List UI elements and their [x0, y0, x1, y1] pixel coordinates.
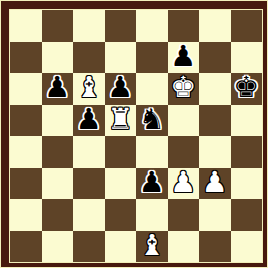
square-h3[interactable] [231, 168, 263, 200]
square-a8[interactable] [10, 10, 42, 42]
square-e3[interactable]: ♟ [136, 168, 168, 200]
square-f4[interactable] [168, 136, 200, 168]
square-d2[interactable] [105, 199, 137, 231]
square-h5[interactable] [231, 105, 263, 137]
square-e8[interactable] [136, 10, 168, 42]
square-c8[interactable] [73, 10, 105, 42]
square-f7[interactable]: ♟ [168, 42, 200, 74]
square-g2[interactable] [199, 199, 231, 231]
square-c2[interactable] [73, 199, 105, 231]
square-g5[interactable] [199, 105, 231, 137]
white-pawn[interactable]: ♟ [202, 168, 228, 197]
white-king[interactable]: ♚ [170, 73, 196, 102]
square-b4[interactable] [42, 136, 74, 168]
square-d6[interactable]: ♟ [105, 73, 137, 105]
square-e7[interactable] [136, 42, 168, 74]
square-b3[interactable] [42, 168, 74, 200]
white-pawn[interactable]: ♟ [170, 168, 196, 197]
square-e5[interactable]: ♞ [136, 105, 168, 137]
square-e4[interactable] [136, 136, 168, 168]
white-bishop[interactable]: ♝ [139, 231, 165, 260]
black-knight[interactable]: ♞ [139, 105, 165, 134]
square-a4[interactable] [10, 136, 42, 168]
white-bishop[interactable]: ♝ [76, 73, 102, 102]
square-f2[interactable] [168, 199, 200, 231]
square-b6[interactable]: ♟ [42, 73, 74, 105]
square-g7[interactable] [199, 42, 231, 74]
square-h1[interactable] [231, 231, 263, 263]
square-a6[interactable] [10, 73, 42, 105]
square-d3[interactable] [105, 168, 137, 200]
square-b5[interactable] [42, 105, 74, 137]
square-h4[interactable] [231, 136, 263, 168]
square-h6[interactable]: ♚ [231, 73, 263, 105]
square-a5[interactable] [10, 105, 42, 137]
square-f8[interactable] [168, 10, 200, 42]
square-g6[interactable] [199, 73, 231, 105]
square-b7[interactable] [42, 42, 74, 74]
square-a7[interactable] [10, 42, 42, 74]
square-f3[interactable]: ♟ [168, 168, 200, 200]
board-frame: ♟♟♝♟♚♚♟♜♞♟♟♟♝ [0, 0, 268, 268]
black-pawn[interactable]: ♟ [107, 73, 133, 102]
square-a3[interactable] [10, 168, 42, 200]
square-e2[interactable] [136, 199, 168, 231]
square-f1[interactable] [168, 231, 200, 263]
square-d1[interactable] [105, 231, 137, 263]
black-pawn[interactable]: ♟ [76, 105, 102, 134]
square-e6[interactable] [136, 73, 168, 105]
black-pawn[interactable]: ♟ [44, 73, 70, 102]
square-a2[interactable] [10, 199, 42, 231]
square-b1[interactable] [42, 231, 74, 263]
square-c3[interactable] [73, 168, 105, 200]
square-e1[interactable]: ♝ [136, 231, 168, 263]
square-b2[interactable] [42, 199, 74, 231]
square-g3[interactable]: ♟ [199, 168, 231, 200]
chess-board: ♟♟♝♟♚♚♟♜♞♟♟♟♝ [9, 9, 263, 263]
square-g4[interactable] [199, 136, 231, 168]
black-king[interactable]: ♚ [233, 73, 259, 102]
square-a1[interactable] [10, 231, 42, 263]
square-f5[interactable] [168, 105, 200, 137]
square-c6[interactable]: ♝ [73, 73, 105, 105]
square-c4[interactable] [73, 136, 105, 168]
square-g8[interactable] [199, 10, 231, 42]
square-f6[interactable]: ♚ [168, 73, 200, 105]
white-rook[interactable]: ♜ [107, 105, 133, 134]
square-c7[interactable] [73, 42, 105, 74]
square-c5[interactable]: ♟ [73, 105, 105, 137]
square-b8[interactable] [42, 10, 74, 42]
square-h2[interactable] [231, 199, 263, 231]
square-h8[interactable] [231, 10, 263, 42]
square-d5[interactable]: ♜ [105, 105, 137, 137]
square-d8[interactable] [105, 10, 137, 42]
black-pawn[interactable]: ♟ [170, 42, 196, 71]
square-h7[interactable] [231, 42, 263, 74]
square-c1[interactable] [73, 231, 105, 263]
square-d7[interactable] [105, 42, 137, 74]
square-g1[interactable] [199, 231, 231, 263]
square-d4[interactable] [105, 136, 137, 168]
black-pawn[interactable]: ♟ [139, 168, 165, 197]
